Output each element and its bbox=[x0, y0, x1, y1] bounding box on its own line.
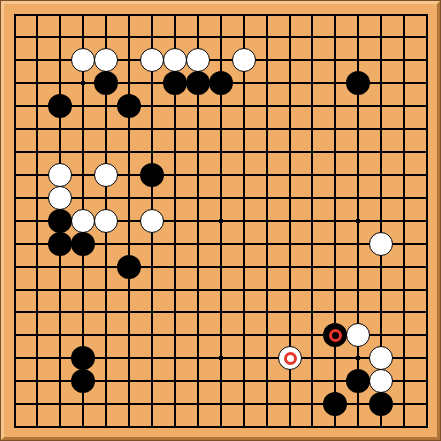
stone-black-Q16 bbox=[346, 71, 370, 95]
stone-black-D4 bbox=[71, 346, 95, 370]
stone-white-D17 bbox=[71, 48, 95, 72]
stone-white-E12 bbox=[94, 163, 118, 187]
grid-line-vertical-19 bbox=[426, 14, 428, 428]
grid-line-horizontal-14 bbox=[14, 311, 428, 313]
stone-black-C9 bbox=[48, 232, 72, 256]
stone-black-Q3 bbox=[346, 369, 370, 393]
stone-white-C11 bbox=[48, 186, 72, 210]
stone-white-R3 bbox=[369, 369, 393, 393]
stone-white-G17 bbox=[140, 48, 164, 72]
grid-line-horizontal-12 bbox=[14, 266, 428, 268]
stone-white-C12 bbox=[48, 163, 72, 187]
stone-white-E17 bbox=[94, 48, 118, 72]
stone-black-K16 bbox=[209, 71, 233, 95]
stone-white-H17 bbox=[163, 48, 187, 72]
stone-black-F8 bbox=[117, 255, 141, 279]
stone-white-G10 bbox=[140, 209, 164, 233]
grid-line-vertical-11 bbox=[243, 14, 245, 428]
stone-white-J17 bbox=[186, 48, 210, 72]
stone-black-P2 bbox=[323, 392, 347, 416]
grid-line-vertical-18 bbox=[403, 14, 405, 428]
stone-black-G12 bbox=[140, 163, 164, 187]
stone-black-R2 bbox=[369, 392, 393, 416]
grid-line-horizontal-19 bbox=[14, 426, 428, 428]
star-point bbox=[356, 219, 360, 223]
stone-black-E16 bbox=[94, 71, 118, 95]
grid-line-vertical-14 bbox=[311, 14, 313, 428]
star-point bbox=[81, 81, 85, 85]
stone-black-J16 bbox=[186, 71, 210, 95]
stone-black-D9 bbox=[71, 232, 95, 256]
stone-white-L17 bbox=[232, 48, 256, 72]
stone-black-C10 bbox=[48, 209, 72, 233]
stone-white-R4 bbox=[369, 346, 393, 370]
stone-white-E10 bbox=[94, 209, 118, 233]
stone-black-F15 bbox=[117, 94, 141, 118]
stone-white-R9 bbox=[369, 232, 393, 256]
star-point bbox=[356, 356, 360, 360]
grid-line-vertical-12 bbox=[266, 14, 268, 428]
stone-black-H16 bbox=[163, 71, 187, 95]
grid-line-vertical-15 bbox=[334, 14, 336, 428]
star-point bbox=[219, 356, 223, 360]
red-circle-marker-N4 bbox=[284, 352, 297, 365]
grid-line-horizontal-18 bbox=[14, 403, 428, 405]
star-point bbox=[219, 219, 223, 223]
go-board bbox=[0, 0, 441, 441]
stone-white-Q5 bbox=[346, 323, 370, 347]
red-circle-marker-P5 bbox=[329, 329, 342, 342]
grid-line-horizontal-13 bbox=[14, 289, 428, 291]
stone-black-D3 bbox=[71, 369, 95, 393]
stone-white-D10 bbox=[71, 209, 95, 233]
stone-black-C15 bbox=[48, 94, 72, 118]
